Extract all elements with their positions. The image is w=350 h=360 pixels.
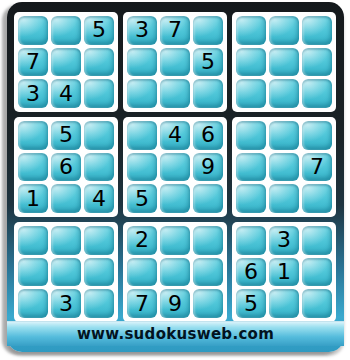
cell-r8c3[interactable] xyxy=(84,258,114,287)
cell-r3c2[interactable]: 4 xyxy=(51,79,81,108)
board-frame: 573437556144695732793615 www.sudokusweb.… xyxy=(7,2,344,352)
cell-r1c6[interactable] xyxy=(193,16,223,45)
cell-r7c5[interactable] xyxy=(160,226,190,255)
cell-r7c1[interactable] xyxy=(18,226,48,255)
cell-r8c7[interactable]: 6 xyxy=(236,258,266,287)
cell-r2c2[interactable] xyxy=(51,48,81,77)
cell-r2c8[interactable] xyxy=(269,48,299,77)
cell-r1c5[interactable]: 7 xyxy=(160,16,190,45)
box-3-1: 3 xyxy=(14,222,118,322)
cell-r6c1[interactable]: 1 xyxy=(18,184,48,213)
cell-r2c7[interactable] xyxy=(236,48,266,77)
cell-r7c7[interactable] xyxy=(236,226,266,255)
cell-r3c6[interactable] xyxy=(193,79,223,108)
box-2-3: 7 xyxy=(232,117,336,217)
cell-r5c9[interactable]: 7 xyxy=(302,153,332,182)
cell-r3c4[interactable] xyxy=(127,79,157,108)
cell-r6c7[interactable] xyxy=(236,184,266,213)
footer-bar: www.sudokusweb.com xyxy=(7,321,344,346)
cell-r5c1[interactable] xyxy=(18,153,48,182)
site-url[interactable]: www.sudokusweb.com xyxy=(77,325,274,343)
cell-r2c3[interactable] xyxy=(84,48,114,77)
cell-r9c7[interactable]: 5 xyxy=(236,289,266,318)
cell-r4c8[interactable] xyxy=(269,121,299,150)
cell-r1c8[interactable] xyxy=(269,16,299,45)
cell-r9c9[interactable] xyxy=(302,289,332,318)
cell-r4c1[interactable] xyxy=(18,121,48,150)
box-2-1: 5614 xyxy=(14,117,118,217)
cell-r8c4[interactable] xyxy=(127,258,157,287)
cell-r3c9[interactable] xyxy=(302,79,332,108)
cell-r8c9[interactable] xyxy=(302,258,332,287)
cell-r1c3[interactable]: 5 xyxy=(84,16,114,45)
cell-r2c9[interactable] xyxy=(302,48,332,77)
cell-r9c1[interactable] xyxy=(18,289,48,318)
cell-r1c4[interactable]: 3 xyxy=(127,16,157,45)
cell-r5c4[interactable] xyxy=(127,153,157,182)
cell-r5c7[interactable] xyxy=(236,153,266,182)
cell-r4c9[interactable] xyxy=(302,121,332,150)
cell-r6c4[interactable]: 5 xyxy=(127,184,157,213)
cell-r9c2[interactable]: 3 xyxy=(51,289,81,318)
cell-r5c5[interactable] xyxy=(160,153,190,182)
cell-r6c3[interactable]: 4 xyxy=(84,184,114,213)
cell-r4c7[interactable] xyxy=(236,121,266,150)
cell-r6c9[interactable] xyxy=(302,184,332,213)
cell-r4c2[interactable]: 5 xyxy=(51,121,81,150)
cell-r2c1[interactable]: 7 xyxy=(18,48,48,77)
cell-r3c8[interactable] xyxy=(269,79,299,108)
cell-r9c5[interactable]: 9 xyxy=(160,289,190,318)
cell-r5c8[interactable] xyxy=(269,153,299,182)
cell-r3c3[interactable] xyxy=(84,79,114,108)
cell-r9c3[interactable] xyxy=(84,289,114,318)
cell-r3c7[interactable] xyxy=(236,79,266,108)
box-3-2: 279 xyxy=(123,222,227,322)
cell-r7c6[interactable] xyxy=(193,226,223,255)
cell-r9c6[interactable] xyxy=(193,289,223,318)
cell-r8c5[interactable] xyxy=(160,258,190,287)
box-2-2: 4695 xyxy=(123,117,227,217)
cell-r4c3[interactable] xyxy=(84,121,114,150)
box-3-3: 3615 xyxy=(232,222,336,322)
cell-r5c6[interactable]: 9 xyxy=(193,153,223,182)
cell-r9c4[interactable]: 7 xyxy=(127,289,157,318)
cell-r7c4[interactable]: 2 xyxy=(127,226,157,255)
cell-r7c9[interactable] xyxy=(302,226,332,255)
cell-r5c2[interactable]: 6 xyxy=(51,153,81,182)
cell-r8c1[interactable] xyxy=(18,258,48,287)
cell-r3c5[interactable] xyxy=(160,79,190,108)
cell-r1c7[interactable] xyxy=(236,16,266,45)
cell-r3c1[interactable]: 3 xyxy=(18,79,48,108)
box-1-3 xyxy=(232,12,336,112)
cell-r7c8[interactable]: 3 xyxy=(269,226,299,255)
cell-r1c2[interactable] xyxy=(51,16,81,45)
cell-r8c2[interactable] xyxy=(51,258,81,287)
cell-r2c6[interactable]: 5 xyxy=(193,48,223,77)
cell-r8c8[interactable]: 1 xyxy=(269,258,299,287)
cell-r1c1[interactable] xyxy=(18,16,48,45)
sudoku-board: 573437556144695732793615 xyxy=(14,12,336,322)
cell-r2c5[interactable] xyxy=(160,48,190,77)
cell-r6c2[interactable] xyxy=(51,184,81,213)
box-1-1: 5734 xyxy=(14,12,118,112)
cell-r7c2[interactable] xyxy=(51,226,81,255)
cell-r1c9[interactable] xyxy=(302,16,332,45)
cell-r8c6[interactable] xyxy=(193,258,223,287)
cell-r4c4[interactable] xyxy=(127,121,157,150)
cell-r4c5[interactable]: 4 xyxy=(160,121,190,150)
cell-r2c4[interactable] xyxy=(127,48,157,77)
cell-r9c8[interactable] xyxy=(269,289,299,318)
sudoku-page: 573437556144695732793615 www.sudokusweb.… xyxy=(0,0,350,360)
cell-r7c3[interactable] xyxy=(84,226,114,255)
cell-r6c8[interactable] xyxy=(269,184,299,213)
cell-r4c6[interactable]: 6 xyxy=(193,121,223,150)
box-1-2: 375 xyxy=(123,12,227,112)
cell-r6c5[interactable] xyxy=(160,184,190,213)
cell-r5c3[interactable] xyxy=(84,153,114,182)
cell-r6c6[interactable] xyxy=(193,184,223,213)
